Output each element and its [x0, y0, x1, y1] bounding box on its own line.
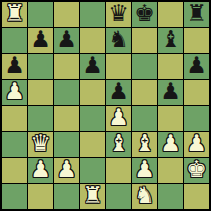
black-queen-e8[interactable]: ♛: [108, 2, 129, 26]
square-d7[interactable]: [80, 28, 105, 53]
square-d1[interactable]: ♜: [80, 184, 105, 209]
white-rook-a8[interactable]: ♜: [4, 2, 25, 26]
square-e3[interactable]: ♝: [106, 132, 131, 157]
white-pawn-e4[interactable]: ♟: [108, 106, 129, 130]
square-f2[interactable]: ♟: [132, 158, 157, 183]
black-pawn-g5[interactable]: ♟: [160, 80, 181, 104]
square-e5[interactable]: ♟: [106, 80, 131, 105]
square-f5[interactable]: [132, 80, 157, 105]
square-g5[interactable]: ♟: [158, 80, 183, 105]
black-knight-e7[interactable]: ♞: [108, 28, 129, 52]
chess-board: ♜♛♚♜♟♟♞♝♟♟♟♟♟♟♟♛♝♝♟♟♟♟♟♚♜♞: [2, 2, 209, 209]
square-e7[interactable]: ♞: [106, 28, 131, 53]
white-pawn-h3[interactable]: ♟: [186, 132, 207, 156]
white-pawn-g3[interactable]: ♟: [160, 132, 181, 156]
square-b8[interactable]: [28, 2, 53, 27]
square-b5[interactable]: [28, 80, 53, 105]
square-h7[interactable]: [184, 28, 209, 53]
black-pawn-c7[interactable]: ♟: [56, 28, 77, 52]
white-pawn-f2[interactable]: ♟: [134, 158, 155, 182]
square-d8[interactable]: [80, 2, 105, 27]
square-f1[interactable]: ♞: [132, 184, 157, 209]
square-g4[interactable]: [158, 106, 183, 131]
black-rook-h8[interactable]: ♜: [186, 2, 207, 26]
square-f3[interactable]: ♝: [132, 132, 157, 157]
square-a4[interactable]: [2, 106, 27, 131]
square-h8[interactable]: ♜: [184, 2, 209, 27]
square-c8[interactable]: [54, 2, 79, 27]
square-f7[interactable]: [132, 28, 157, 53]
square-g6[interactable]: [158, 54, 183, 79]
square-f6[interactable]: [132, 54, 157, 79]
square-c6[interactable]: [54, 54, 79, 79]
square-f4[interactable]: [132, 106, 157, 131]
square-h6[interactable]: ♟: [184, 54, 209, 79]
square-c1[interactable]: [54, 184, 79, 209]
square-e4[interactable]: ♟: [106, 106, 131, 131]
black-pawn-h6[interactable]: ♟: [186, 54, 207, 78]
square-g3[interactable]: ♟: [158, 132, 183, 157]
black-bishop-g7[interactable]: ♝: [160, 28, 181, 52]
square-g1[interactable]: [158, 184, 183, 209]
square-c2[interactable]: ♟: [54, 158, 79, 183]
square-a2[interactable]: [2, 158, 27, 183]
square-f8[interactable]: ♚: [132, 2, 157, 27]
square-e8[interactable]: ♛: [106, 2, 131, 27]
square-b2[interactable]: ♟: [28, 158, 53, 183]
square-a8[interactable]: ♜: [2, 2, 27, 27]
square-a6[interactable]: ♟: [2, 54, 27, 79]
square-g8[interactable]: [158, 2, 183, 27]
square-h5[interactable]: [184, 80, 209, 105]
square-d3[interactable]: [80, 132, 105, 157]
square-g2[interactable]: [158, 158, 183, 183]
square-h2[interactable]: ♚: [184, 158, 209, 183]
square-d2[interactable]: [80, 158, 105, 183]
white-pawn-b2[interactable]: ♟: [30, 158, 51, 182]
square-h1[interactable]: [184, 184, 209, 209]
square-c7[interactable]: ♟: [54, 28, 79, 53]
black-pawn-b7[interactable]: ♟: [30, 28, 51, 52]
square-e6[interactable]: [106, 54, 131, 79]
square-a5[interactable]: ♟: [2, 80, 27, 105]
white-bishop-f3[interactable]: ♝: [134, 132, 155, 156]
white-bishop-e3[interactable]: ♝: [108, 132, 129, 156]
square-g7[interactable]: ♝: [158, 28, 183, 53]
black-pawn-a6[interactable]: ♟: [4, 54, 25, 78]
square-e1[interactable]: [106, 184, 131, 209]
white-pawn-c2[interactable]: ♟: [56, 158, 77, 182]
square-d4[interactable]: [80, 106, 105, 131]
square-a7[interactable]: [2, 28, 27, 53]
white-king-h2[interactable]: ♚: [186, 158, 207, 182]
square-h4[interactable]: [184, 106, 209, 131]
square-a1[interactable]: [2, 184, 27, 209]
square-b1[interactable]: [28, 184, 53, 209]
white-queen-b3[interactable]: ♛: [30, 132, 51, 156]
black-king-f8[interactable]: ♚: [134, 2, 155, 26]
square-c5[interactable]: [54, 80, 79, 105]
square-h3[interactable]: ♟: [184, 132, 209, 157]
square-b4[interactable]: [28, 106, 53, 131]
chess-board-frame: ♜♛♚♜♟♟♞♝♟♟♟♟♟♟♟♛♝♝♟♟♟♟♟♚♜♞: [0, 0, 211, 211]
white-rook-d1[interactable]: ♜: [82, 184, 103, 208]
square-d5[interactable]: [80, 80, 105, 105]
square-d6[interactable]: ♟: [80, 54, 105, 79]
square-b7[interactable]: ♟: [28, 28, 53, 53]
square-c3[interactable]: [54, 132, 79, 157]
square-a3[interactable]: [2, 132, 27, 157]
square-b3[interactable]: ♛: [28, 132, 53, 157]
black-pawn-d6[interactable]: ♟: [82, 54, 103, 78]
square-e2[interactable]: [106, 158, 131, 183]
square-c4[interactable]: [54, 106, 79, 131]
white-knight-f1[interactable]: ♞: [134, 184, 155, 208]
white-pawn-a5[interactable]: ♟: [4, 80, 25, 104]
black-pawn-e5[interactable]: ♟: [108, 80, 129, 104]
square-b6[interactable]: [28, 54, 53, 79]
